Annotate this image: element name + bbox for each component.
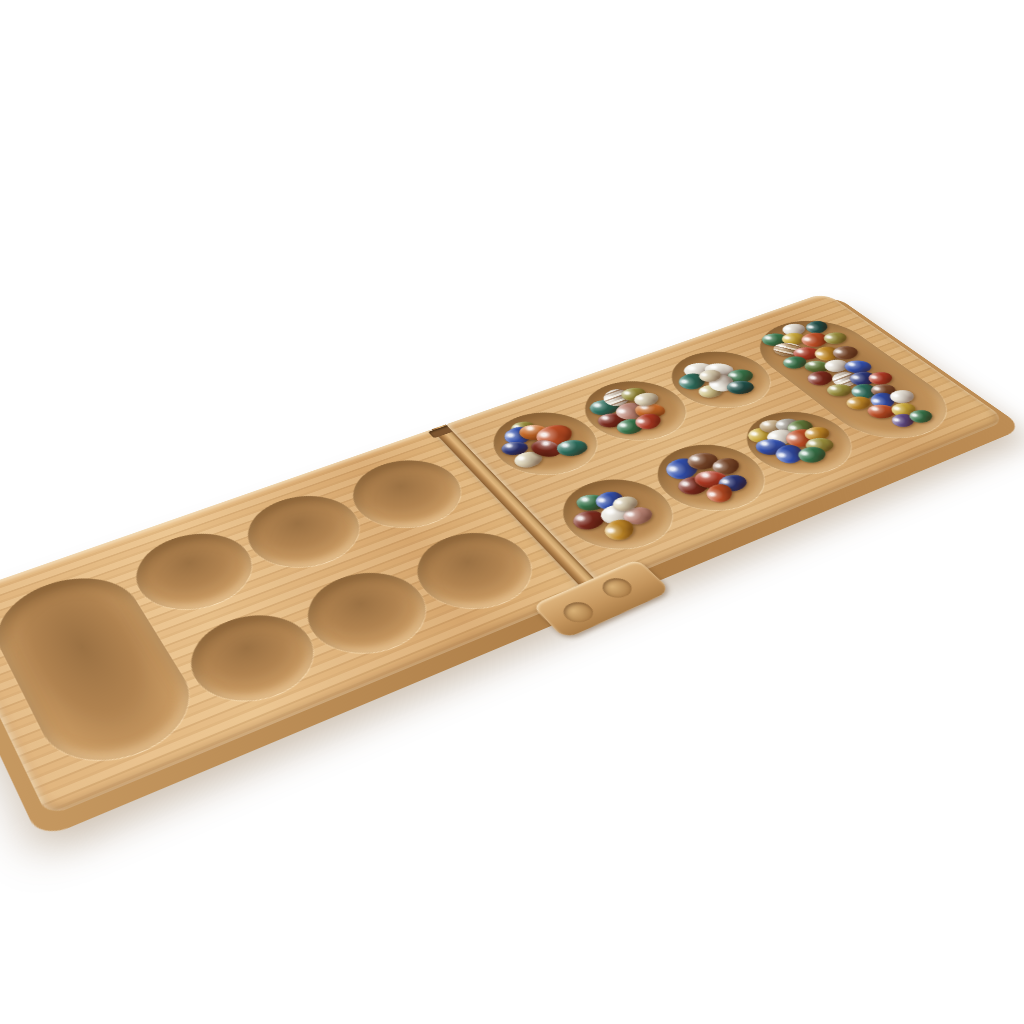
pit-back-3[interactable]: [335, 449, 480, 541]
mancala-board: [0, 292, 1007, 817]
gem-stone-pink: [618, 504, 657, 528]
gem-stone-white: [596, 501, 642, 527]
product-photo-scene: [0, 0, 1024, 1024]
hinge-pin: [558, 598, 599, 626]
gem-stone-maroon: [567, 507, 609, 533]
pit-back-1[interactable]: [120, 521, 270, 624]
gem-stone-amber: [599, 516, 640, 543]
board-wrap: [0, 292, 1007, 817]
pit-front-2[interactable]: [289, 559, 447, 669]
left-store: [0, 562, 212, 782]
hinge-clasp: [532, 559, 671, 640]
pit-front-3[interactable]: [398, 520, 553, 623]
board-right-half: [446, 292, 1008, 587]
hinge-pin: [597, 575, 637, 602]
pit-front-1[interactable]: [173, 601, 334, 718]
